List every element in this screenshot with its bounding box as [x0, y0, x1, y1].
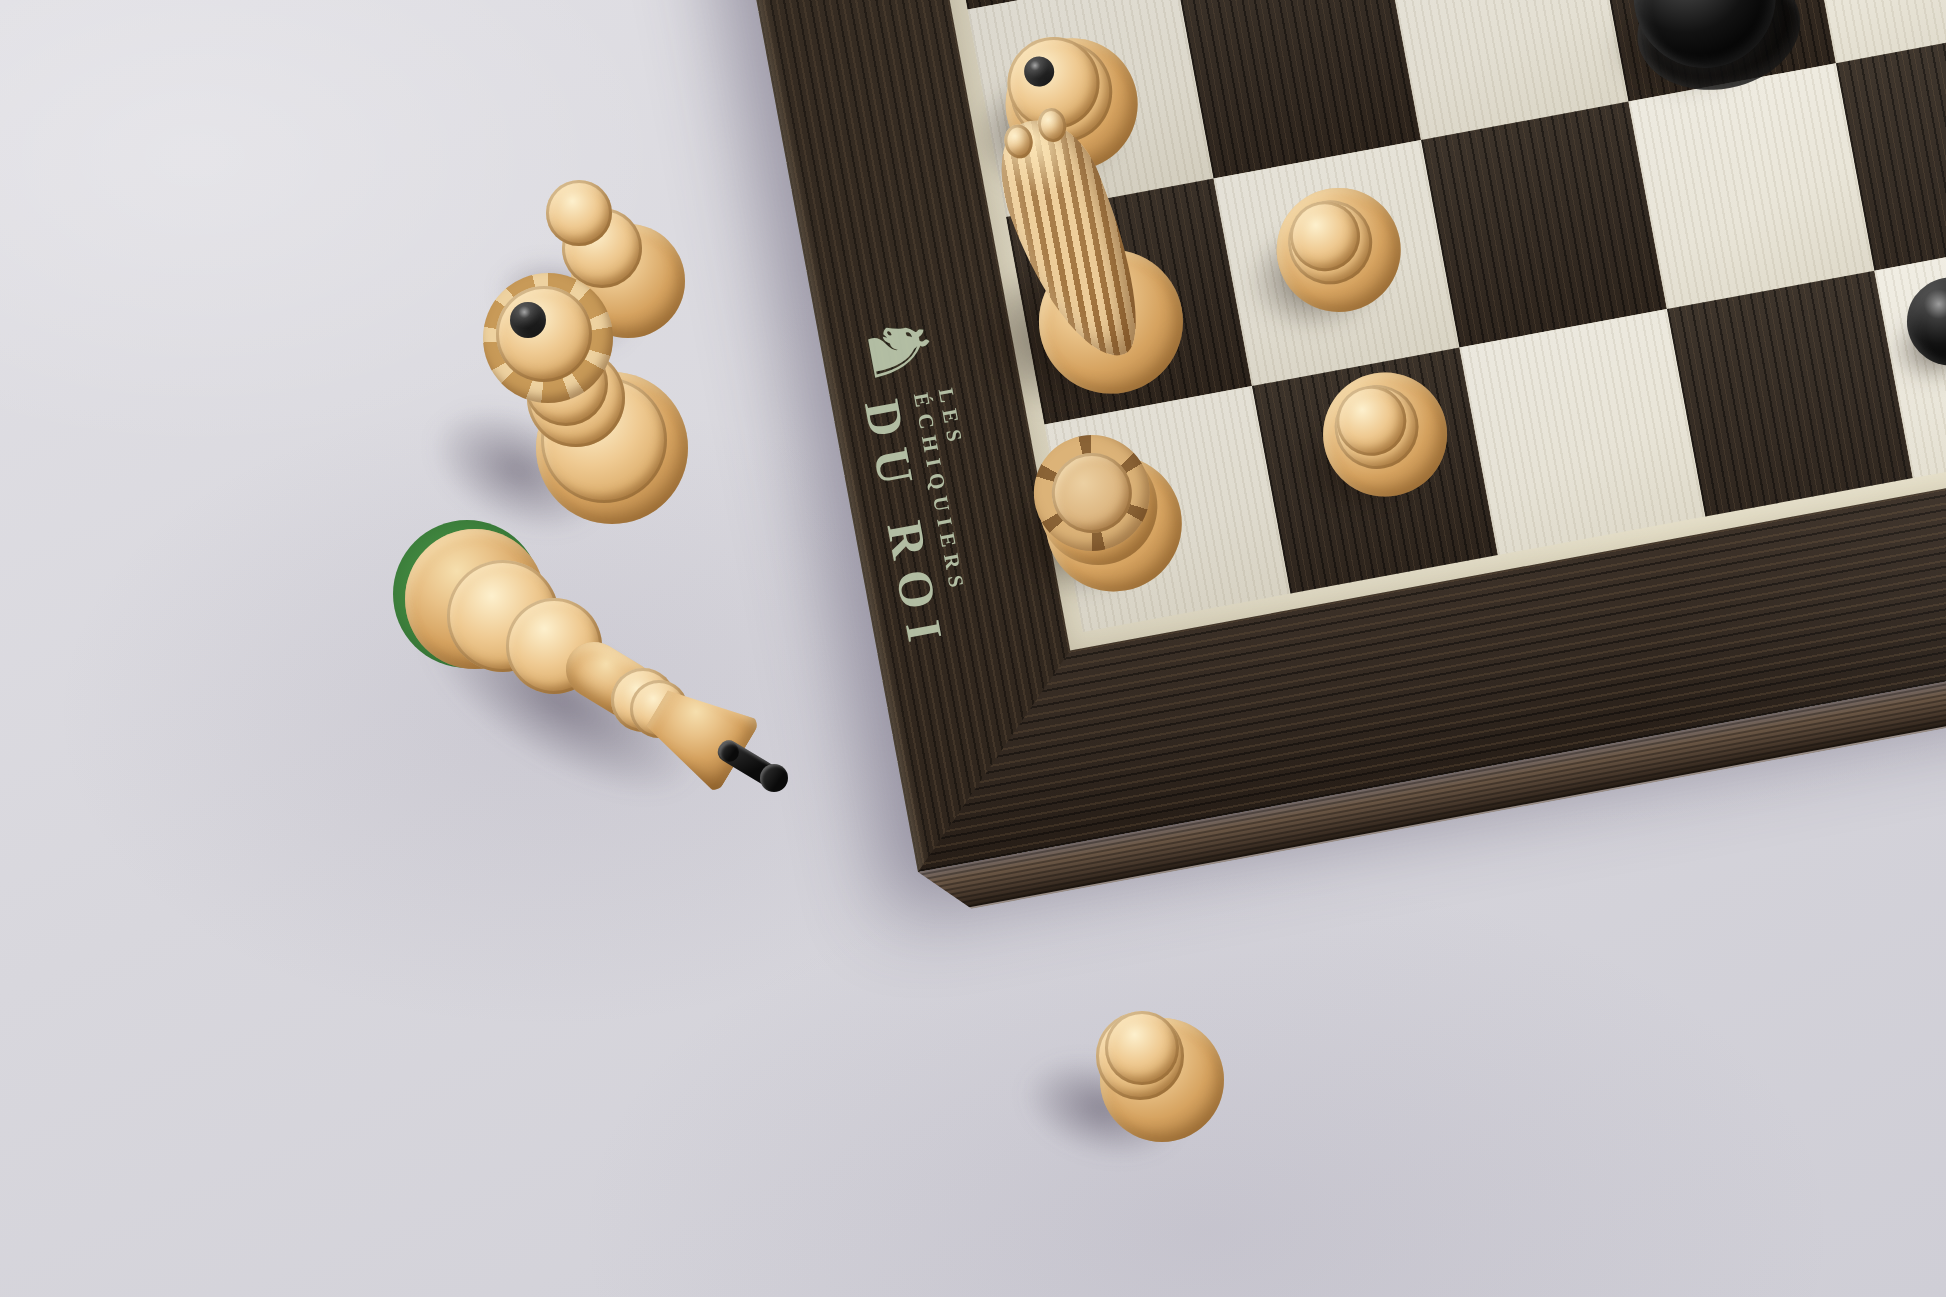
- piece-part: [1105, 1011, 1179, 1085]
- piece-part: [546, 180, 612, 246]
- off-board-pieces-layer: [0, 0, 1946, 1297]
- piece-part: [719, 742, 739, 762]
- piece-part: [496, 286, 592, 382]
- piece-part: [510, 302, 546, 338]
- piece-part: [760, 764, 788, 792]
- photo-scene: ♞ LES ÉCHIQUIERS DU ROI: [0, 0, 1946, 1297]
